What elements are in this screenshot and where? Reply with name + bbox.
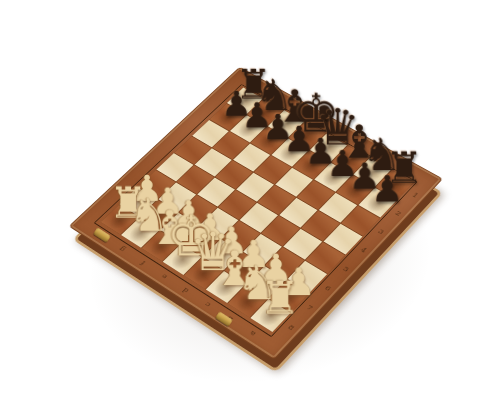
piece-shadow <box>313 136 344 160</box>
dark-queen: ♛ <box>315 103 360 153</box>
dark-bishop: ♝ <box>275 84 315 128</box>
rank-label-3: 3 <box>374 226 388 237</box>
piece-shadow <box>254 129 285 153</box>
chess-set-product-photo: hgfedcba 87654321 ♜♟♟♜♞♟♟♞♝♟♟♝♚♟♟♚♛♟♟♛♝♟… <box>0 0 500 400</box>
square-f4 <box>215 160 252 189</box>
square-h4 <box>174 136 211 164</box>
square-c2: ♟ <box>314 163 352 192</box>
square-e2: ♟ <box>272 139 309 167</box>
dark-king: ♚ <box>292 88 339 141</box>
dark-knight: ♞ <box>254 74 293 117</box>
piece-shadow <box>275 141 306 165</box>
square-g4 <box>195 148 232 176</box>
dark-pawn: ♟ <box>283 122 315 157</box>
square-f1: ♝ <box>268 110 304 137</box>
file-label-a: a <box>245 327 260 339</box>
perspective-scene: hgfedcba 87654321 ♜♟♟♜♞♟♟♞♝♟♟♝♚♟♟♚♛♟♟♛♝♟… <box>0 0 500 400</box>
piece-shadow <box>213 106 243 129</box>
file-label-g: g <box>115 243 129 254</box>
rank-label-4: 4 <box>356 245 370 257</box>
file-label-c: c <box>201 298 216 310</box>
square-e1: ♚ <box>289 122 326 150</box>
square-e4 <box>236 173 274 202</box>
rank-label-5: 5 <box>338 264 353 276</box>
square-e3 <box>254 156 291 185</box>
piece-shadow <box>318 165 350 190</box>
dark-pawn: ♟ <box>241 99 272 134</box>
piece-shadow <box>296 153 327 178</box>
rank-label-8: 8 <box>283 322 298 334</box>
board-orientation-wrapper: hgfedcba 87654321 ♜♟♟♜♞♟♟♞♝♟♟♝♚♟♟♚♛♟♟♛♝♟… <box>0 0 500 400</box>
file-label-e: e <box>157 270 171 282</box>
square-h2: ♟ <box>210 104 246 131</box>
square-d3 <box>275 168 313 197</box>
board-grid: ♜♟♟♜♞♟♟♞♝♟♟♝♚♟♟♚♛♟♟♛♝♟♟♝♞♟♟♞♜♟♟♜ <box>101 88 414 332</box>
dark-pawn: ♟ <box>262 110 293 145</box>
file-label-f: f <box>136 257 150 269</box>
light-rook: ♜ <box>259 276 300 322</box>
piece-shadow <box>233 117 264 141</box>
rank-label-7: 7 <box>302 302 317 314</box>
rank-label-1: 1 <box>408 190 422 201</box>
piece-shadow <box>250 101 280 124</box>
square-g2: ♟ <box>230 115 266 142</box>
square-d2: ♟ <box>293 151 330 179</box>
square-f2: ♟ <box>251 127 288 155</box>
square-h3 <box>192 120 228 147</box>
dark-pawn: ♟ <box>221 87 252 121</box>
piece-shadow <box>230 90 260 113</box>
file-label-d: d <box>179 284 194 296</box>
dark-rook: ♜ <box>235 65 272 106</box>
dark-pawn: ♟ <box>371 171 404 207</box>
square-d1: ♛ <box>310 134 347 162</box>
square-g3 <box>213 132 250 160</box>
piece-shadow <box>292 124 323 148</box>
dark-pawn: ♟ <box>304 134 336 170</box>
square-h5 <box>156 153 193 181</box>
square-h1: ♜ <box>227 88 263 115</box>
chess-board: hgfedcba 87654321 ♜♟♟♜♞♟♟♞♝♟♟♝♚♟♟♚♛♟♟♛♝♟… <box>69 67 444 360</box>
square-f3 <box>233 143 270 171</box>
rank-label-2: 2 <box>391 208 405 219</box>
rank-label-6: 6 <box>320 283 335 295</box>
piece-shadow <box>271 112 302 136</box>
square-g1: ♞ <box>247 99 283 126</box>
